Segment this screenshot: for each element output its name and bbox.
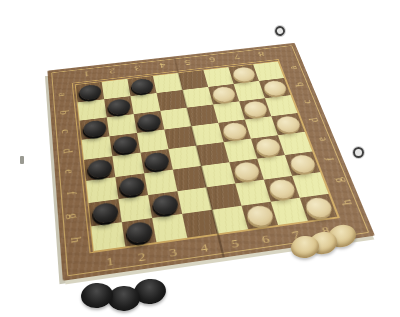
coord-right-a: a [278,61,307,75]
coord-left-f: f [55,184,86,203]
coord-left-a: a [48,87,75,102]
white-checker-g7[interactable] [267,178,297,199]
clasp-icon [353,147,364,158]
hinge-pin-icon [20,156,24,164]
coord-bottom-6: 6 [248,229,283,250]
white-checker-a7[interactable] [231,66,256,82]
coord-right-f: f [313,151,346,169]
black-checker-e3[interactable] [143,151,170,171]
coord-bottom-2: 2 [125,246,159,268]
black-checker-g3[interactable] [151,194,179,216]
white-checker-c7[interactable] [242,100,268,118]
black-checker-e1[interactable] [87,158,113,178]
square-h2[interactable] [122,218,157,246]
white-checker-d8[interactable] [274,115,301,133]
coord-right-c: c [291,94,322,109]
white-checker-b8[interactable] [262,80,288,97]
black-checker-g1[interactable] [92,201,119,223]
black-checker-c3[interactable] [136,113,161,131]
black-checker-a1[interactable] [78,84,101,101]
coord-left-e: e [54,163,84,181]
scene: 12345678 12345678 abcdefgh abcdefgh [0,0,400,317]
black-checker-c1[interactable] [82,119,107,137]
coord-left-g: g [57,206,89,226]
coord-bottom-1: 1 [93,250,127,272]
clasp-icon [274,25,287,38]
white-checker-d6[interactable] [221,122,248,141]
black-checker-d2[interactable] [112,135,137,154]
black-checker-f2[interactable] [118,176,145,197]
coord-right-d: d [298,112,329,128]
black-checker-h2[interactable] [125,220,153,243]
coord-right-b: b [284,77,314,92]
square-h3[interactable] [152,214,187,242]
coord-left-b: b [50,105,78,121]
square-h1[interactable] [91,222,125,251]
spare-black-checker[interactable] [80,281,114,309]
coord-bottom-4: 4 [187,237,222,258]
coord-bottom-3: 3 [156,241,191,263]
coord-right-g: g [321,171,355,189]
white-checker-b6[interactable] [211,86,236,103]
black-checker-a3[interactable] [130,78,154,95]
coord-left-d: d [52,142,82,159]
coord-right-h: h [329,193,364,212]
black-checker-b2[interactable] [107,98,131,115]
coord-right-e: e [305,131,337,148]
coord-left-c: c [51,123,80,139]
white-checker-f6[interactable] [232,161,260,181]
white-checker-e7[interactable] [254,137,282,156]
white-checker-f8[interactable] [288,154,317,174]
white-checker-h6[interactable] [245,204,275,227]
coord-left-h: h [59,230,92,251]
